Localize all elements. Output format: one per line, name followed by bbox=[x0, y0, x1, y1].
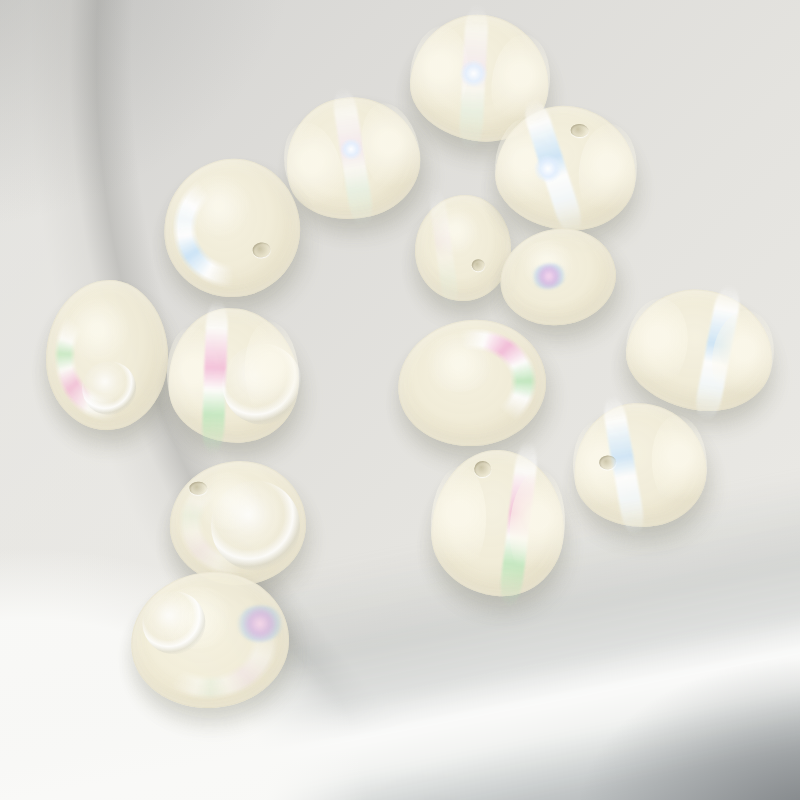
bead bbox=[46, 280, 168, 430]
iridescent-stripe bbox=[498, 440, 541, 608]
bead bbox=[428, 447, 567, 600]
bead-hole bbox=[473, 461, 491, 478]
bead-hole bbox=[472, 259, 484, 271]
bead bbox=[415, 195, 511, 301]
bead bbox=[163, 303, 302, 447]
bead bbox=[492, 101, 640, 234]
glossy-crown bbox=[83, 361, 137, 415]
bead bbox=[394, 315, 550, 451]
glossy-crown bbox=[219, 341, 305, 427]
bead bbox=[157, 152, 307, 303]
bead-hole bbox=[570, 123, 589, 138]
bead bbox=[168, 459, 308, 588]
iridescent-stripe bbox=[692, 283, 742, 422]
iridescent-spot bbox=[530, 262, 568, 292]
iridescent-arc bbox=[162, 157, 303, 299]
photo-scene bbox=[0, 0, 800, 800]
bead bbox=[494, 221, 622, 332]
iridescent-arc bbox=[398, 319, 545, 447]
bead bbox=[619, 280, 780, 419]
bead-hole bbox=[189, 481, 207, 495]
iridescent-stripe bbox=[427, 187, 460, 309]
